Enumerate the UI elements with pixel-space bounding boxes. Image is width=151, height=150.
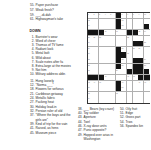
grid-cell[interactable]: 28 bbox=[133, 47, 138, 52]
grid-cell[interactable] bbox=[110, 92, 115, 97]
below-grid-clues-left: 38.___ Bears (toy craze)40.Toy soldier43… bbox=[77, 107, 117, 142]
black-cell bbox=[116, 52, 121, 57]
grid-cell[interactable]: 16 bbox=[104, 30, 109, 35]
black-cell bbox=[99, 30, 104, 35]
grid-cell[interactable] bbox=[133, 24, 138, 29]
grid-cell[interactable]: 39 bbox=[116, 69, 121, 74]
black-cell bbox=[144, 69, 149, 74]
grid-cell[interactable]: 15 bbox=[121, 24, 126, 29]
grid-cell[interactable] bbox=[116, 41, 121, 46]
clue-text: Hopped over arias in Washington bbox=[84, 133, 118, 142]
black-cell bbox=[116, 86, 121, 91]
black-cell bbox=[133, 30, 138, 35]
clue-line: 10.Military address abbr. bbox=[29, 72, 77, 76]
grid-cell[interactable]: 52 bbox=[88, 92, 93, 97]
cell-number: 1 bbox=[88, 13, 89, 15]
clue-number: 61. bbox=[29, 17, 35, 22]
black-cell bbox=[88, 75, 93, 80]
cell-number: 19 bbox=[144, 30, 146, 32]
cell-number: 7 bbox=[127, 13, 128, 15]
grid-cell[interactable]: 13 bbox=[121, 19, 126, 24]
grid-cell[interactable] bbox=[149, 58, 150, 63]
grid-cell[interactable] bbox=[99, 69, 104, 74]
clue-number: 37. bbox=[29, 113, 35, 122]
grid-cell[interactable] bbox=[127, 92, 132, 97]
cell-number: 9 bbox=[138, 13, 139, 15]
grid-cell[interactable] bbox=[93, 47, 98, 52]
grid-cell[interactable] bbox=[149, 36, 150, 41]
clue-line: 37."Where the boys and the girls are" bbox=[29, 113, 77, 122]
cell-number: 3 bbox=[99, 13, 100, 15]
grid-cell[interactable] bbox=[110, 58, 115, 63]
grid-cell[interactable]: 1 bbox=[88, 13, 93, 18]
grid-cell[interactable] bbox=[144, 92, 149, 97]
grid-cell[interactable] bbox=[127, 86, 132, 91]
grid-cell[interactable]: 23 bbox=[127, 36, 132, 41]
grid-cell[interactable] bbox=[99, 58, 104, 63]
black-cell bbox=[133, 69, 138, 74]
black-cell bbox=[138, 75, 143, 80]
grid-cell[interactable] bbox=[110, 81, 115, 86]
cell-number: 26 bbox=[88, 47, 90, 49]
black-cell bbox=[144, 75, 149, 80]
black-cell bbox=[133, 41, 138, 46]
cell-number: 44 bbox=[93, 81, 95, 83]
grid-cell[interactable] bbox=[104, 69, 109, 74]
black-cell bbox=[93, 30, 98, 35]
grid-cell[interactable]: 11 bbox=[149, 13, 150, 18]
grid-cell[interactable] bbox=[104, 97, 109, 102]
grid-cell[interactable]: 29 bbox=[138, 47, 143, 52]
grid-cell[interactable] bbox=[110, 30, 115, 35]
grid-cell[interactable] bbox=[110, 47, 115, 52]
grid-cell[interactable] bbox=[110, 52, 115, 57]
grid-cell[interactable] bbox=[99, 41, 104, 46]
clue-number: 45. bbox=[29, 131, 35, 135]
grid-cell[interactable] bbox=[110, 24, 115, 29]
cell-number: 53 bbox=[116, 92, 118, 94]
grid-cell[interactable] bbox=[138, 52, 143, 57]
grid-cell[interactable] bbox=[121, 92, 126, 97]
cell-number: 23 bbox=[127, 36, 129, 38]
grid-cell[interactable] bbox=[104, 81, 109, 86]
grid-cell[interactable]: 34 bbox=[144, 58, 149, 63]
grid-cell[interactable] bbox=[127, 24, 132, 29]
clue-number: 56. bbox=[119, 124, 125, 128]
cell-number: 50 bbox=[88, 86, 90, 88]
grid-cell[interactable] bbox=[104, 41, 109, 46]
grid-cell[interactable] bbox=[144, 97, 149, 102]
grid-cell[interactable]: 14 bbox=[88, 24, 93, 29]
grid-cell[interactable]: 37 bbox=[144, 64, 149, 69]
grid-cell[interactable] bbox=[110, 41, 115, 46]
crossword-page: se s. o 55.Paper purchase57.Weak finish?… bbox=[0, 0, 150, 150]
grid-cell[interactable] bbox=[133, 97, 138, 102]
grid-cell[interactable]: 47 bbox=[138, 81, 143, 86]
cell-number: 30 bbox=[88, 52, 90, 54]
black-cell bbox=[149, 75, 150, 80]
grid-cell[interactable]: 40 bbox=[104, 75, 109, 80]
cell-number: 10 bbox=[144, 13, 146, 15]
grid-cell[interactable] bbox=[99, 92, 104, 97]
black-cell bbox=[116, 19, 121, 24]
grid-cell[interactable]: 21 bbox=[93, 36, 98, 41]
grid-cell[interactable] bbox=[99, 52, 104, 57]
grid-cell[interactable] bbox=[110, 69, 115, 74]
grid-cell[interactable] bbox=[121, 75, 126, 80]
grid-cell[interactable]: 20 bbox=[88, 36, 93, 41]
grid-cell[interactable]: 46 bbox=[121, 81, 126, 86]
black-cell bbox=[138, 41, 143, 46]
grid-cell[interactable]: 48 bbox=[144, 81, 149, 86]
grid-cell[interactable] bbox=[121, 36, 126, 41]
grid-cell[interactable] bbox=[144, 86, 149, 91]
cell-number: 4 bbox=[105, 13, 106, 15]
cell-number: 14 bbox=[88, 24, 90, 26]
grid-cell[interactable] bbox=[127, 81, 132, 86]
grid-cell[interactable] bbox=[127, 47, 132, 52]
grid-cell[interactable] bbox=[93, 97, 98, 102]
clue-text: "Where the boys and the girls are" bbox=[36, 113, 78, 122]
cell-number: 37 bbox=[144, 64, 146, 66]
cell-number: 45 bbox=[99, 81, 101, 83]
crossword-grid: 1234567891011121314151617181920212223242… bbox=[87, 12, 151, 104]
cell-number: 12 bbox=[88, 19, 90, 21]
grid-cell[interactable]: 54 bbox=[88, 97, 93, 102]
grid-cell[interactable]: 22 bbox=[99, 36, 104, 41]
black-cell bbox=[121, 52, 126, 57]
grid-cell[interactable]: 51 bbox=[121, 86, 126, 91]
grid-cell[interactable] bbox=[121, 97, 126, 102]
grid-cell[interactable] bbox=[144, 47, 149, 52]
cell-number: 13 bbox=[122, 19, 124, 21]
grid-cell[interactable]: 53 bbox=[116, 92, 121, 97]
grid-cell[interactable] bbox=[149, 92, 150, 97]
grid-cell[interactable] bbox=[99, 47, 104, 52]
grid-cell[interactable] bbox=[133, 92, 138, 97]
cell-number: 8 bbox=[133, 13, 134, 15]
cell-number: 17 bbox=[116, 30, 118, 32]
clue-text: Museum piece bbox=[36, 131, 78, 135]
cell-number: 36 bbox=[122, 64, 124, 66]
grid-cell[interactable] bbox=[110, 75, 115, 80]
grid-cell[interactable] bbox=[133, 81, 138, 86]
grid-cell[interactable] bbox=[149, 47, 150, 52]
grid-cell[interactable]: 4 bbox=[104, 13, 109, 18]
grid-cell[interactable]: 26 bbox=[88, 47, 93, 52]
grid-cell[interactable] bbox=[104, 47, 109, 52]
black-cell bbox=[88, 30, 93, 35]
grid-cell[interactable]: 27 bbox=[121, 47, 126, 52]
black-cell bbox=[116, 64, 121, 69]
grid-cell[interactable] bbox=[99, 24, 104, 29]
grid-cell[interactable] bbox=[149, 64, 150, 69]
grid-cell[interactable] bbox=[144, 36, 149, 41]
down-clues-header: DOWN bbox=[30, 29, 41, 33]
clipped-clue-fragment: s. bbox=[0, 54, 2, 58]
cell-number: 43 bbox=[88, 81, 90, 83]
grid-cell[interactable]: 19 bbox=[144, 30, 149, 35]
grid-cell[interactable] bbox=[144, 19, 149, 24]
clipped-clue-fragment: o bbox=[0, 69, 2, 73]
grid-cell[interactable]: 42 bbox=[133, 75, 138, 80]
grid-cell[interactable] bbox=[127, 97, 132, 102]
cell-number: 34 bbox=[144, 58, 146, 60]
crossword-grid-clip: 1234567891011121314151617181920212223242… bbox=[87, 12, 151, 104]
grid-cell[interactable]: 8 bbox=[133, 13, 138, 18]
grid-cell[interactable] bbox=[133, 19, 138, 24]
grid-cell[interactable] bbox=[99, 97, 104, 102]
cell-number: 42 bbox=[133, 75, 135, 77]
grid-cell[interactable] bbox=[99, 19, 104, 24]
grid-cell[interactable] bbox=[104, 64, 109, 69]
grid-cell[interactable] bbox=[138, 36, 143, 41]
grid-cell[interactable]: 50 bbox=[88, 86, 93, 91]
grid-cell[interactable] bbox=[138, 97, 143, 102]
grid-cell[interactable] bbox=[149, 41, 150, 46]
grid-cell[interactable] bbox=[93, 24, 98, 29]
grid-cell[interactable] bbox=[99, 64, 104, 69]
cell-number: 31 bbox=[127, 52, 129, 54]
grid-cell[interactable]: 31 bbox=[127, 52, 132, 57]
cell-number: 2 bbox=[93, 13, 94, 15]
grid-cell[interactable] bbox=[149, 97, 150, 102]
cell-number: 32 bbox=[88, 58, 90, 60]
cell-number: 41 bbox=[127, 75, 129, 77]
grid-cell[interactable]: 43 bbox=[88, 81, 93, 86]
down-clues-continued: 11.Hung loosely12."Norma ___"18.Flowers … bbox=[29, 79, 77, 135]
grid-cell[interactable] bbox=[99, 86, 104, 91]
cell-number: 27 bbox=[122, 47, 124, 49]
grid-cell[interactable] bbox=[121, 69, 126, 74]
clue-number: 49. bbox=[77, 133, 83, 142]
grid-cell[interactable]: 36 bbox=[121, 64, 126, 69]
grid-cell[interactable]: 7 bbox=[127, 13, 132, 18]
grid-cell[interactable] bbox=[138, 24, 143, 29]
grid-cell[interactable] bbox=[149, 19, 150, 24]
grid-cell[interactable] bbox=[133, 86, 138, 91]
grid-cell[interactable]: 25 bbox=[144, 41, 149, 46]
grid-cell[interactable] bbox=[104, 36, 109, 41]
cell-number: 5 bbox=[110, 13, 111, 15]
cell-number: 40 bbox=[105, 75, 107, 77]
grid-cell[interactable] bbox=[104, 52, 109, 57]
cell-number: 47 bbox=[138, 81, 140, 83]
grid-cell[interactable]: 9 bbox=[138, 13, 143, 18]
grid-cell[interactable]: 12 bbox=[88, 19, 93, 24]
grid-cell[interactable] bbox=[149, 52, 150, 57]
clue-line: 61.Highwayman's take bbox=[29, 17, 76, 22]
grid-cell[interactable]: 24 bbox=[88, 41, 93, 46]
cell-number: 29 bbox=[138, 47, 140, 49]
clue-text: Spandex kin bbox=[126, 124, 151, 128]
grid-cell[interactable]: 6 bbox=[121, 13, 126, 18]
grid-cell[interactable]: 38 bbox=[88, 69, 93, 74]
grid-cell[interactable] bbox=[110, 86, 115, 91]
grid-cell[interactable] bbox=[149, 30, 150, 35]
grid-cell[interactable] bbox=[104, 86, 109, 91]
cell-number: 52 bbox=[88, 92, 90, 94]
grid-cell[interactable] bbox=[116, 75, 121, 80]
cell-number: 39 bbox=[116, 69, 118, 71]
black-cell bbox=[93, 75, 98, 80]
grid-cell[interactable]: 5 bbox=[110, 13, 115, 18]
grid-cell[interactable] bbox=[93, 64, 98, 69]
grid-cell[interactable]: 49 bbox=[149, 81, 150, 86]
clue-line: 49.Hopped over arias in Washington bbox=[77, 133, 117, 142]
grid-cell[interactable] bbox=[127, 41, 132, 46]
clipped-clue-fragment: se bbox=[0, 24, 2, 28]
cell-number: 15 bbox=[122, 24, 124, 26]
grid-cell[interactable] bbox=[110, 64, 115, 69]
grid-cell[interactable] bbox=[127, 19, 132, 24]
cell-number: 16 bbox=[105, 30, 107, 32]
cell-number: 54 bbox=[88, 97, 90, 99]
grid-cell[interactable] bbox=[110, 36, 115, 41]
grid-cell[interactable] bbox=[104, 24, 109, 29]
grid-cell[interactable] bbox=[93, 19, 98, 24]
grid-cell[interactable] bbox=[144, 52, 149, 57]
cell-number: 51 bbox=[122, 86, 124, 88]
cell-number: 6 bbox=[122, 13, 123, 15]
down-clues-list: 1.Barrister's wear2.Word of cheer3.Thoma… bbox=[29, 35, 77, 77]
black-cell bbox=[127, 30, 132, 35]
clue-number: 10. bbox=[29, 72, 35, 76]
grid-cell[interactable]: 35 bbox=[88, 64, 93, 69]
grid-cell[interactable]: 18 bbox=[138, 30, 143, 35]
black-cell bbox=[116, 13, 121, 18]
black-cell bbox=[138, 69, 143, 74]
black-cell bbox=[116, 58, 121, 63]
black-cell bbox=[138, 64, 143, 69]
grid-cell[interactable]: 3 bbox=[99, 13, 104, 18]
black-cell bbox=[133, 64, 138, 69]
cell-number: 35 bbox=[88, 64, 90, 66]
grid-cell[interactable]: 10 bbox=[144, 13, 149, 18]
black-cell bbox=[116, 24, 121, 29]
grid-cell[interactable] bbox=[93, 69, 98, 74]
black-cell bbox=[99, 75, 104, 80]
grid-cell[interactable] bbox=[93, 86, 98, 91]
grid-cell[interactable]: 45 bbox=[99, 81, 104, 86]
grid-cell[interactable]: 41 bbox=[127, 75, 132, 80]
grid-cell[interactable] bbox=[110, 19, 115, 24]
black-cell bbox=[116, 47, 121, 52]
cell-number: 22 bbox=[99, 36, 101, 38]
black-cell bbox=[144, 24, 149, 29]
grid-cell[interactable] bbox=[149, 69, 150, 74]
cell-number: 38 bbox=[88, 69, 90, 71]
grid-cell[interactable] bbox=[149, 24, 150, 29]
grid-cell[interactable] bbox=[127, 58, 132, 63]
grid-cell[interactable] bbox=[93, 52, 98, 57]
cell-number: 33 bbox=[122, 58, 124, 60]
grid-cell[interactable] bbox=[93, 41, 98, 46]
grid-cell[interactable] bbox=[104, 92, 109, 97]
grid-cell[interactable] bbox=[127, 64, 132, 69]
cell-number: 24 bbox=[88, 41, 90, 43]
grid-cell[interactable]: 44 bbox=[93, 81, 98, 86]
grid-cell[interactable] bbox=[93, 92, 98, 97]
cell-number: 48 bbox=[144, 81, 146, 83]
clue-text: Highwayman's take bbox=[36, 17, 77, 22]
below-grid-clues-right: 50.Oily fruit51.Edge52.Gross part54.Trio… bbox=[119, 107, 150, 129]
grid-cell[interactable] bbox=[93, 58, 98, 63]
grid-cell[interactable] bbox=[121, 30, 126, 35]
grid-cell[interactable] bbox=[138, 19, 143, 24]
grid-cell[interactable]: 33 bbox=[121, 58, 126, 63]
grid-cell[interactable] bbox=[121, 41, 126, 46]
grid-cell[interactable]: 30 bbox=[88, 52, 93, 57]
black-cell bbox=[116, 81, 121, 86]
cell-number: 21 bbox=[93, 36, 95, 38]
cell-number: 20 bbox=[88, 36, 90, 38]
grid-cell[interactable]: 32 bbox=[88, 58, 93, 63]
grid-cell[interactable] bbox=[133, 52, 138, 57]
black-cell bbox=[127, 69, 132, 74]
cell-number: 28 bbox=[133, 47, 135, 49]
cell-number: 18 bbox=[138, 30, 140, 32]
cell-number: 46 bbox=[122, 81, 124, 83]
across-clues-tail: 55.Paper purchase57.Weak finish?59.___-d… bbox=[29, 3, 76, 22]
cell-number: 25 bbox=[144, 41, 146, 43]
grid-cell[interactable]: 2 bbox=[93, 13, 98, 18]
clue-line: 45.Museum piece bbox=[29, 131, 77, 135]
grid-cell[interactable] bbox=[104, 19, 109, 24]
grid-cell[interactable] bbox=[104, 58, 109, 63]
grid-cell[interactable] bbox=[110, 97, 115, 102]
clue-line: 56.Spandex kin bbox=[119, 124, 150, 128]
black-cell bbox=[138, 58, 143, 63]
grid-cell[interactable] bbox=[133, 36, 138, 41]
grid-cell[interactable] bbox=[116, 97, 121, 102]
clue-text: Military address abbr. bbox=[36, 72, 78, 76]
grid-cell[interactable] bbox=[138, 86, 143, 91]
grid-cell[interactable] bbox=[138, 92, 143, 97]
black-cell bbox=[133, 58, 138, 63]
grid-cell[interactable] bbox=[116, 36, 121, 41]
grid-cell[interactable] bbox=[149, 86, 150, 91]
grid-cell[interactable]: 17 bbox=[116, 30, 121, 35]
